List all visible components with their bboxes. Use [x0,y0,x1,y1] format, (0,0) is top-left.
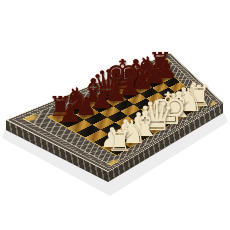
chess-set-photo: ♜♞♝♛♚♝♞♜♟♟♟♟♟♟♟♟♟♟♟♟♟♟♟♟♜♞♝♛♚♝♞♜ [0,0,230,230]
piece-white-rook-a1[interactable]: ♜ [107,127,133,156]
piece-black-pawn-a7[interactable]: ♟ [59,101,82,126]
pieces-layer: ♜♞♝♛♚♝♞♜♟♟♟♟♟♟♟♟♟♟♟♟♟♟♟♟♜♞♝♛♚♝♞♜ [0,0,230,230]
